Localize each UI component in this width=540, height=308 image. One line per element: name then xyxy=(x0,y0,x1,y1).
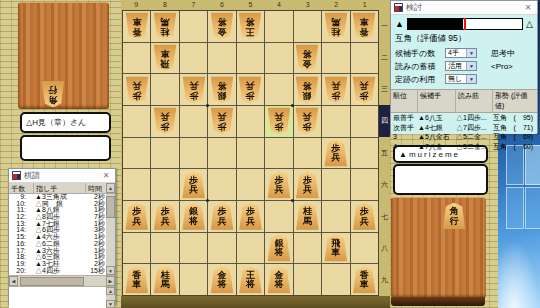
gote-comment-box[interactable] xyxy=(20,135,111,161)
dropdown-arrow-icon[interactable]: ▼ xyxy=(466,62,476,70)
sente-piece-97[interactable]: 歩兵 xyxy=(125,203,149,230)
square-6-8[interactable] xyxy=(208,233,235,264)
analysis-window-title: 検討 xyxy=(406,2,522,13)
gote-piece-63[interactable]: 銀将 xyxy=(210,76,234,103)
gote-name-text: △H見（章）さん xyxy=(26,117,86,128)
col-line[interactable]: 読み筋 xyxy=(456,90,493,112)
square-7-7[interactable]: 銀将 xyxy=(180,201,207,232)
square-7-6[interactable]: 歩兵 xyxy=(180,169,207,200)
kifu-column-headers: 手数 指し手 時間 ▲ xyxy=(9,183,115,194)
file-label-1: 1 xyxy=(350,0,379,10)
square-6-6[interactable] xyxy=(208,169,235,200)
setting-label: 読みの蓄積 xyxy=(395,61,445,72)
kifu-titlebar[interactable]: 棋譜 ✕ xyxy=(9,169,115,183)
hoshi-dot xyxy=(206,199,209,202)
wallpaper-window-pane xyxy=(525,145,540,185)
col-eval[interactable]: 形勢 (評価値) xyxy=(493,90,537,112)
setting-label: 定跡の利用 xyxy=(395,74,445,85)
gote-piece-84[interactable]: 歩兵 xyxy=(153,108,177,135)
square-3-4[interactable]: 歩兵 xyxy=(294,106,321,137)
file-label-6: 6 xyxy=(208,0,237,10)
square-2-9[interactable] xyxy=(322,264,349,295)
gote-hand-piece-bishop[interactable]: 角行 xyxy=(41,81,65,108)
hoshi-dot xyxy=(291,104,294,107)
square-5-5[interactable] xyxy=(237,138,264,169)
square-4-4[interactable]: 歩兵 xyxy=(265,106,292,137)
square-6-4[interactable]: 歩兵 xyxy=(208,106,235,137)
wallpaper-window-pane xyxy=(506,145,524,185)
board-rank-labels: 一二三四五六七八九 xyxy=(379,10,390,296)
shogi-board: 香車桂馬金将王将桂馬香車飛車金将歩兵歩兵銀将歩兵銀将歩兵歩兵歩兵歩兵歩兵歩兵歩兵… xyxy=(122,10,379,296)
gote-piece-64[interactable]: 歩兵 xyxy=(210,108,234,135)
square-7-8[interactable] xyxy=(180,233,207,264)
sente-piece-28[interactable]: 飛車 xyxy=(324,234,348,261)
analysis-table-header: 順位 候補手 読み筋 形勢 (評価値) xyxy=(391,89,537,113)
square-3-5[interactable] xyxy=(294,138,321,169)
dropdown-arrow-icon[interactable]: ▼ xyxy=(466,75,476,83)
square-8-3[interactable] xyxy=(151,74,178,105)
square-1-7[interactable]: 歩兵 xyxy=(351,201,378,232)
square-5-1[interactable]: 王将 xyxy=(237,11,264,42)
square-9-1[interactable]: 香車 xyxy=(123,11,150,42)
sente-piece-89[interactable]: 桂馬 xyxy=(153,266,177,293)
sente-piece-57[interactable]: 歩兵 xyxy=(238,203,262,230)
square-5-9[interactable]: 王将 xyxy=(237,264,264,295)
square-4-5[interactable] xyxy=(265,138,292,169)
kifu-scroll-right-icon[interactable]: ▶ xyxy=(106,276,115,286)
gote-piece-11[interactable]: 香車 xyxy=(352,13,376,40)
square-9-3[interactable]: 歩兵 xyxy=(123,74,150,105)
square-1-5[interactable] xyxy=(351,138,378,169)
square-1-2[interactable] xyxy=(351,43,378,74)
square-5-2[interactable] xyxy=(237,43,264,74)
sente-piece-69[interactable]: 金将 xyxy=(210,266,234,293)
square-2-6[interactable] xyxy=(322,169,349,200)
square-5-4[interactable] xyxy=(237,106,264,137)
eval-bar xyxy=(407,18,523,30)
kifu-window-icon xyxy=(12,171,21,180)
square-2-2[interactable] xyxy=(322,43,349,74)
square-8-6[interactable] xyxy=(151,169,178,200)
square-3-7[interactable]: 桂馬 xyxy=(294,201,321,232)
square-8-9[interactable]: 桂馬 xyxy=(151,264,178,295)
file-label-3: 3 xyxy=(293,0,322,10)
rank-label-七: 七 xyxy=(379,201,390,233)
sente-piece-49[interactable]: 金将 xyxy=(267,266,291,293)
square-1-9[interactable]: 香車 xyxy=(351,264,378,295)
analysis-table: 順位 候補手 読み筋 形勢 (評価値) 最善手▲6八玉△1四歩...互角( 95… xyxy=(391,89,537,151)
kifu-vscrollbar[interactable]: ▼ xyxy=(106,194,115,275)
file-label-7: 7 xyxy=(179,0,208,10)
rank-label-四: 四 xyxy=(379,105,390,137)
sente-piece-77[interactable]: 銀将 xyxy=(182,203,206,230)
square-9-2[interactable] xyxy=(123,43,150,74)
square-6-7[interactable]: 歩兵 xyxy=(208,201,235,232)
kifu-hscrollbar[interactable] xyxy=(18,276,106,286)
square-3-2[interactable]: 金将 xyxy=(294,43,321,74)
kifu-close-icon[interactable]: ✕ xyxy=(100,171,112,180)
square-8-5[interactable] xyxy=(151,138,178,169)
square-7-9[interactable] xyxy=(180,264,207,295)
square-1-4[interactable] xyxy=(351,106,378,137)
sente-piece-37[interactable]: 桂馬 xyxy=(295,203,319,230)
square-3-3[interactable]: 銀将 xyxy=(294,74,321,105)
kifu-comment-down-icon[interactable]: ▼ xyxy=(106,300,115,308)
sente-piece-19[interactable]: 香車 xyxy=(352,266,376,293)
eval-bar-black-fill xyxy=(408,19,463,29)
wallpaper-window-pane xyxy=(506,187,524,229)
eval-bar-center-line xyxy=(464,18,466,30)
sente-piece-87[interactable]: 歩兵 xyxy=(153,203,177,230)
kifu-scroll-left-icon[interactable]: ◀ xyxy=(9,276,18,286)
square-8-2[interactable]: 飛車 xyxy=(151,43,178,74)
setting-row-0: 候補手の数4手▼思考中 xyxy=(395,47,533,59)
gote-piece-33[interactable]: 銀将 xyxy=(295,76,319,103)
square-7-4[interactable] xyxy=(180,106,207,137)
square-9-5[interactable] xyxy=(123,138,150,169)
square-4-9[interactable]: 金将 xyxy=(265,264,292,295)
gote-piece-82[interactable]: 飛車 xyxy=(153,44,177,71)
square-1-8[interactable] xyxy=(351,233,378,264)
square-6-5[interactable] xyxy=(208,138,235,169)
board-bottom-edge xyxy=(121,296,390,308)
square-2-1[interactable]: 桂馬 xyxy=(322,11,349,42)
square-1-6[interactable] xyxy=(351,169,378,200)
gote-piece-13[interactable]: 歩兵 xyxy=(352,76,376,103)
sente-comment-box[interactable] xyxy=(393,164,488,195)
analysis-window-icon xyxy=(394,3,403,12)
sente-piece-17[interactable]: 歩兵 xyxy=(352,203,376,230)
kifu-col-moveno[interactable]: 手数 xyxy=(9,183,34,193)
square-4-6[interactable]: 歩兵 xyxy=(265,169,292,200)
sente-piece-99[interactable]: 香車 xyxy=(125,266,149,293)
square-2-8[interactable]: 飛車 xyxy=(322,233,349,264)
analysis-close-icon[interactable]: ✕ xyxy=(522,3,534,12)
gote-piece-21[interactable]: 桂馬 xyxy=(324,13,348,40)
square-3-6[interactable]: 歩兵 xyxy=(294,169,321,200)
rank-label-三: 三 xyxy=(379,74,390,106)
analysis-titlebar[interactable]: 検討 ✕ xyxy=(391,1,537,15)
analysis-window: 検討 ✕ ▲ △ 互角（評価値 95） 候補手の数4手▼思考中読みの蓄積活用▼<… xyxy=(390,0,538,133)
square-4-8[interactable]: 銀将 xyxy=(265,233,292,264)
gote-piece-stand: 角行 xyxy=(18,2,109,109)
square-7-3[interactable]: 歩兵 xyxy=(180,74,207,105)
gote-piece-51[interactable]: 王将 xyxy=(238,13,262,40)
gote-piece-53[interactable]: 歩兵 xyxy=(238,76,262,103)
gote-piece-32[interactable]: 金将 xyxy=(295,44,319,71)
sente-piece-25[interactable]: 歩兵 xyxy=(324,139,348,166)
square-5-7[interactable]: 歩兵 xyxy=(237,201,264,232)
kifu-hscroll-thumb[interactable] xyxy=(20,277,84,286)
setting-dropdown[interactable]: 4手▼ xyxy=(445,48,477,58)
kifu-scroll-down-icon[interactable]: ▼ xyxy=(106,266,115,275)
sente-piece-76[interactable]: 歩兵 xyxy=(182,171,206,198)
hoshi-dot xyxy=(206,104,209,107)
analysis-rows: 最善手▲6八玉△1四歩...互角( 95)次善手▲4七銀△7四歩...互角( 7… xyxy=(391,113,537,151)
gote-piece-73[interactable]: 歩兵 xyxy=(182,76,206,103)
square-1-1[interactable]: 香車 xyxy=(351,11,378,42)
hoshi-dot xyxy=(291,199,294,202)
square-8-1[interactable]: 桂馬 xyxy=(151,11,178,42)
rank-label-九: 九 xyxy=(379,264,390,296)
square-7-1[interactable] xyxy=(180,11,207,42)
gote-piece-44[interactable]: 歩兵 xyxy=(267,108,291,135)
square-2-5[interactable]: 歩兵 xyxy=(322,138,349,169)
square-4-7[interactable] xyxy=(265,201,292,232)
square-7-5[interactable] xyxy=(180,138,207,169)
wallpaper-window-pane xyxy=(525,187,540,229)
col-candidate[interactable]: 候補手 xyxy=(418,90,456,112)
square-6-3[interactable]: 銀将 xyxy=(208,74,235,105)
candidate-row[interactable]: 4▲7八金△5二金...互角( 60) xyxy=(391,142,537,152)
gote-name-plate: △H見（章）さん xyxy=(20,112,111,133)
rank-label-五: 五 xyxy=(379,137,390,169)
square-5-8[interactable] xyxy=(237,233,264,264)
sente-mark: ▲ xyxy=(395,19,404,29)
square-8-4[interactable]: 歩兵 xyxy=(151,106,178,137)
gote-piece-91[interactable]: 香車 xyxy=(125,13,149,40)
sente-stand-edge xyxy=(391,297,485,306)
setting-row-1: 読みの蓄積活用▼<Pro> xyxy=(395,60,533,72)
square-6-2[interactable] xyxy=(208,43,235,74)
setting-label: 候補手の数 xyxy=(395,48,445,59)
kifu-scroll-up-icon[interactable]: ▲ xyxy=(106,183,115,193)
gote-piece-61[interactable]: 金将 xyxy=(210,13,234,40)
gote-piece-81[interactable]: 桂馬 xyxy=(153,13,177,40)
rank-label-二: 二 xyxy=(379,42,390,74)
gote-piece-34[interactable]: 歩兵 xyxy=(295,108,319,135)
setting-note: 思考中 xyxy=(491,48,515,59)
square-9-7[interactable]: 歩兵 xyxy=(123,201,150,232)
kifu-vscroll-thumb[interactable] xyxy=(106,196,115,218)
file-label-2: 2 xyxy=(322,0,351,10)
kifu-move-row[interactable]: 20:△4四歩15秒 xyxy=(9,268,106,275)
sente-piece-stand: 角行 xyxy=(391,197,486,298)
square-8-8[interactable] xyxy=(151,233,178,264)
eval-bar-row: ▲ △ xyxy=(395,18,533,30)
square-4-2[interactable] xyxy=(265,43,292,74)
setting-note: <Pro> xyxy=(491,62,513,71)
square-3-8[interactable] xyxy=(294,233,321,264)
square-9-9[interactable]: 香車 xyxy=(123,264,150,295)
sente-piece-46[interactable]: 歩兵 xyxy=(267,171,291,198)
kifu-col-move[interactable]: 指し手 xyxy=(34,183,86,193)
setting-dropdown[interactable]: 無し▼ xyxy=(445,74,477,84)
sente-piece-36[interactable]: 歩兵 xyxy=(295,171,319,198)
analysis-settings: 候補手の数4手▼思考中読みの蓄積活用▼<Pro>定跡の利用無し▼ xyxy=(395,47,533,85)
square-3-1[interactable] xyxy=(294,11,321,42)
sente-hand-piece-bishop[interactable]: 角行 xyxy=(442,203,466,230)
square-5-3[interactable]: 歩兵 xyxy=(237,74,264,105)
board-file-labels: 987654321 xyxy=(122,0,379,10)
square-1-3[interactable]: 歩兵 xyxy=(351,74,378,105)
square-5-6[interactable] xyxy=(237,169,264,200)
kifu-window-title: 棋譜 xyxy=(24,170,100,181)
kifu-col-time[interactable]: 時間 xyxy=(86,183,106,193)
square-8-7[interactable]: 歩兵 xyxy=(151,201,178,232)
square-9-4[interactable] xyxy=(123,106,150,137)
kifu-comment-up-icon[interactable]: ▲ xyxy=(106,287,115,295)
square-6-1[interactable]: 金将 xyxy=(208,11,235,42)
square-2-7[interactable] xyxy=(322,201,349,232)
sente-piece-67[interactable]: 歩兵 xyxy=(210,203,234,230)
square-9-6[interactable] xyxy=(123,169,150,200)
rank-label-一: 一 xyxy=(379,10,390,42)
square-7-2[interactable] xyxy=(180,43,207,74)
file-label-4: 4 xyxy=(265,0,294,10)
kifu-window: 棋譜 ✕ 手数 指し手 時間 ▲ 9:▲3三角成2秒10:△同 銀2秒11:▲8… xyxy=(8,168,116,305)
setting-row-2: 定跡の利用無し▼ xyxy=(395,73,533,85)
board-panel: 987654321 香車桂馬金将王将桂馬香車飛車金将歩兵歩兵銀将歩兵銀将歩兵歩兵… xyxy=(121,0,390,308)
square-9-8[interactable] xyxy=(123,233,150,264)
gote-mark: △ xyxy=(526,19,533,29)
square-4-1[interactable] xyxy=(265,11,292,42)
file-label-9: 9 xyxy=(122,0,151,10)
candidate-row[interactable]: 最善手▲6八玉△1四歩...互角( 95) xyxy=(391,113,537,123)
eval-summary: 互角（評価値 95） xyxy=(395,33,533,45)
square-3-9[interactable] xyxy=(294,264,321,295)
candidate-row[interactable]: 3▲5八金右△5二金...互角( 69) xyxy=(391,132,537,142)
gote-piece-23[interactable]: 歩兵 xyxy=(324,76,348,103)
candidate-row[interactable]: 次善手▲4七銀△7四歩...互角( 71) xyxy=(391,123,537,133)
rank-label-六: 六 xyxy=(379,169,390,201)
square-2-3[interactable]: 歩兵 xyxy=(322,74,349,105)
square-4-3[interactable] xyxy=(265,74,292,105)
col-rank[interactable]: 順位 xyxy=(391,90,418,112)
square-6-9[interactable]: 金将 xyxy=(208,264,235,295)
gote-piece-93[interactable]: 歩兵 xyxy=(125,76,149,103)
file-label-8: 8 xyxy=(151,0,180,10)
dropdown-arrow-icon[interactable]: ▼ xyxy=(466,49,476,57)
setting-dropdown[interactable]: 活用▼ xyxy=(445,61,477,71)
shogi-app-screen: 角行 △H見（章）さん 987654321 香車桂馬金将王将桂馬香車飛車金将歩兵… xyxy=(0,0,540,308)
rank-label-八: 八 xyxy=(379,232,390,264)
square-2-4[interactable] xyxy=(322,106,349,137)
sente-piece-48[interactable]: 銀将 xyxy=(267,234,291,261)
kifu-move-list: 9:▲3三角成2秒10:△同 銀2秒11:▲8八銀1秒12:△8四歩7秒13:▲… xyxy=(9,194,106,275)
file-label-5: 5 xyxy=(236,0,265,10)
kifu-comment-area[interactable] xyxy=(9,287,106,308)
sente-piece-59[interactable]: 王将 xyxy=(238,266,262,293)
